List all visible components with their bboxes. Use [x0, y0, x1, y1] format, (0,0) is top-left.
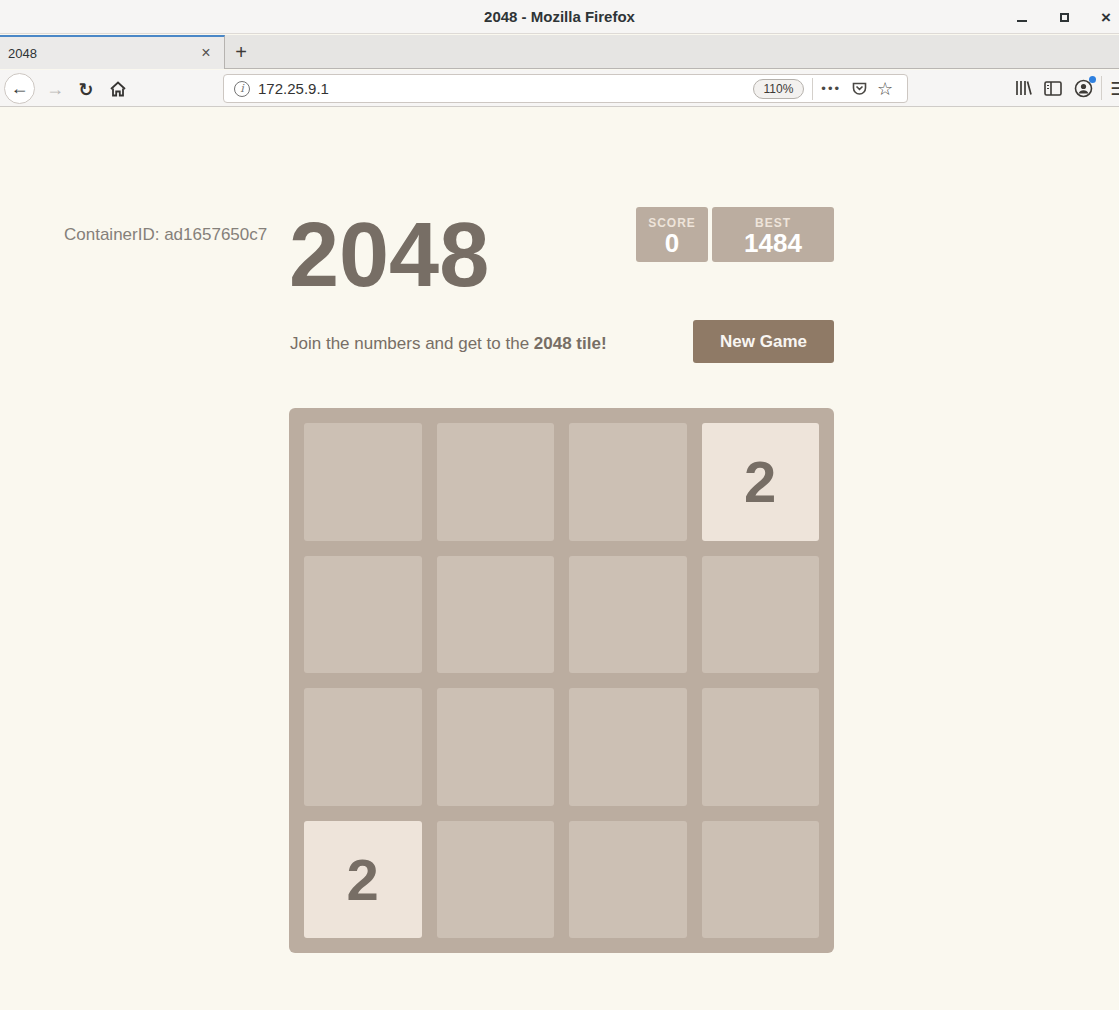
library-icon — [1014, 80, 1032, 96]
empty-cell-r3c2 — [569, 821, 687, 939]
empty-cell-r2c3 — [702, 688, 820, 806]
new-game-button[interactable]: New Game — [693, 320, 834, 363]
empty-cell-r2c1 — [437, 688, 555, 806]
pocket-icon[interactable] — [849, 79, 869, 99]
close-icon: × — [1101, 9, 1111, 26]
window-titlebar: 2048 - Mozilla Firefox × — [0, 0, 1119, 34]
empty-cell-r3c3 — [702, 821, 820, 939]
account-button[interactable] — [1068, 73, 1098, 103]
empty-cell-r1c2 — [569, 556, 687, 674]
tile-2-r3c0: 2 — [304, 821, 422, 939]
minimize-icon — [1017, 20, 1027, 22]
menu-button[interactable]: ☰ — [1105, 73, 1119, 103]
window-controls: × — [1011, 0, 1119, 34]
tab-bar: 2048 × + — [0, 35, 1119, 69]
best-box: BEST 1484 — [712, 207, 834, 262]
empty-cell-r1c1 — [437, 556, 555, 674]
minimize-button[interactable] — [1011, 6, 1033, 28]
account-notification-dot — [1089, 76, 1096, 83]
site-info-icon[interactable]: i — [234, 81, 250, 97]
empty-cell-r2c2 — [569, 688, 687, 806]
new-tab-button[interactable]: + — [225, 35, 257, 69]
empty-cell-r0c1 — [437, 423, 555, 541]
empty-cell-r1c0 — [304, 556, 422, 674]
plus-icon: + — [235, 41, 247, 64]
sidebar-icon — [1044, 81, 1062, 96]
firefox-window: 2048 - Mozilla Firefox × 2048 × + ← → — [0, 0, 1119, 1010]
maximize-button[interactable] — [1053, 6, 1075, 28]
maximize-icon — [1060, 13, 1069, 22]
subtitle-prefix: Join the numbers and get to the — [290, 334, 534, 353]
subtitle-text: Join the numbers and get to the 2048 til… — [290, 334, 607, 354]
url-text[interactable]: 172.25.9.1 — [258, 80, 753, 97]
url-bar[interactable]: i 172.25.9.1 110% ••• ☆ — [223, 74, 908, 103]
forward-arrow-icon: → — [46, 79, 64, 100]
back-arrow-icon: ← — [11, 78, 29, 99]
empty-cell-r2c0 — [304, 688, 422, 806]
urlbar-separator — [812, 78, 813, 100]
toolbar-separator — [1101, 76, 1102, 100]
hamburger-icon: ☰ — [1110, 78, 1119, 99]
empty-cell-r0c0 — [304, 423, 422, 541]
reload-icon: ↻ — [78, 79, 93, 100]
tab-close-icon[interactable]: × — [196, 44, 216, 62]
tab-2048[interactable]: 2048 × — [0, 35, 225, 69]
container-id-text: ContainerID: ad1657650c7 — [64, 225, 267, 245]
board-grid: 22 — [289, 408, 834, 953]
page-content: ContainerID: ad1657650c7 2048 SCORE 0 BE… — [0, 107, 1119, 1010]
library-button[interactable] — [1008, 73, 1038, 103]
new-game-label: New Game — [720, 332, 807, 352]
reload-button[interactable]: ↻ — [71, 74, 101, 104]
tab-label: 2048 — [8, 46, 196, 61]
home-button[interactable] — [103, 74, 133, 104]
score-value: 0 — [636, 230, 708, 256]
empty-cell-r3c1 — [437, 821, 555, 939]
subtitle-goal: 2048 tile! — [534, 334, 607, 353]
best-value: 1484 — [712, 230, 834, 256]
toolbar-right-icons: ☰ — [1008, 70, 1119, 106]
close-button[interactable]: × — [1095, 6, 1117, 28]
window-title: 2048 - Mozilla Firefox — [0, 8, 1119, 25]
sidebar-button[interactable] — [1038, 73, 1068, 103]
score-box: SCORE 0 — [636, 207, 708, 262]
home-icon — [109, 80, 127, 98]
tile-2-r0c3: 2 — [702, 423, 820, 541]
bookmark-star-icon[interactable]: ☆ — [875, 79, 895, 99]
forward-button[interactable]: → — [40, 74, 70, 104]
back-button[interactable]: ← — [4, 73, 35, 104]
empty-cell-r1c3 — [702, 556, 820, 674]
page-actions-icon[interactable]: ••• — [821, 81, 841, 96]
empty-cell-r0c2 — [569, 423, 687, 541]
page-title: 2048 — [289, 210, 489, 300]
zoom-level-badge[interactable]: 110% — [753, 79, 805, 99]
